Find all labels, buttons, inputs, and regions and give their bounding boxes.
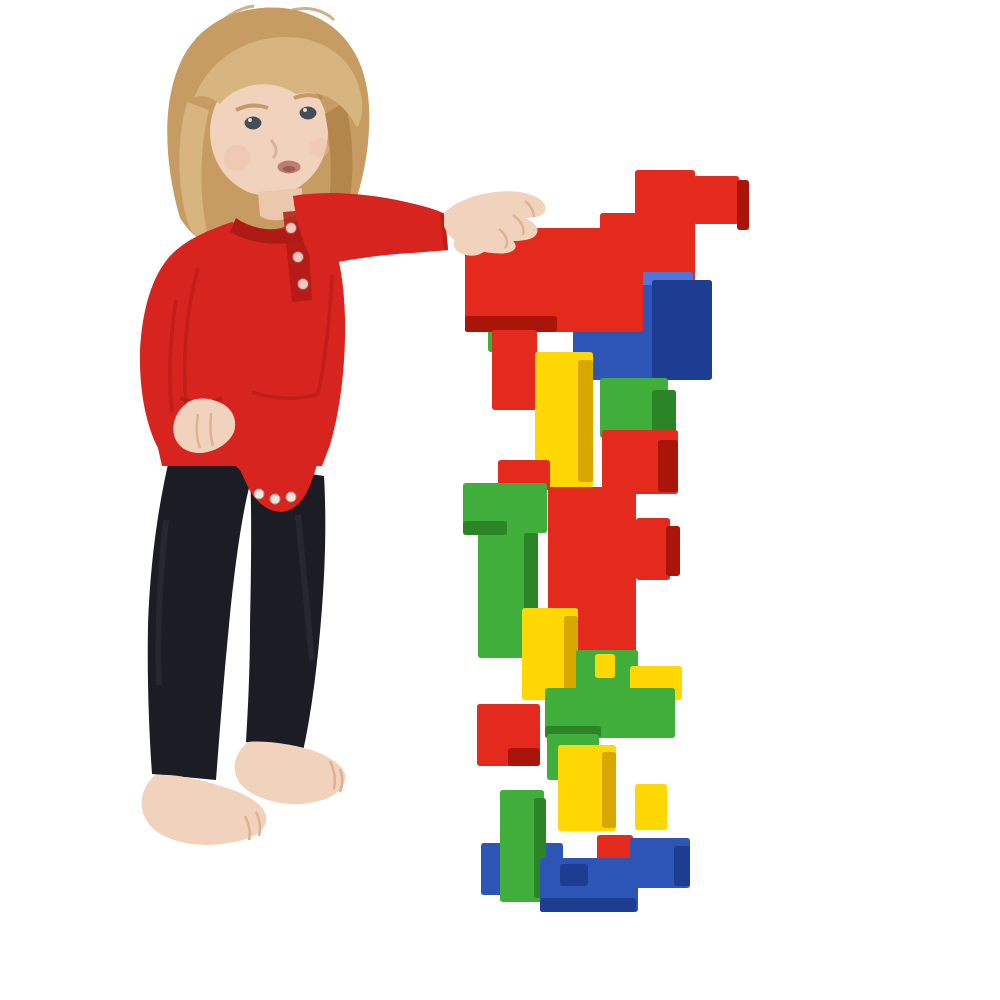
snap-1 (254, 489, 264, 499)
snap-2 (270, 494, 280, 504)
eye-left (245, 117, 262, 130)
mouth-inner (283, 166, 296, 172)
foot-right (235, 742, 346, 805)
eye-glint-left (248, 118, 252, 122)
cheek-right (309, 138, 329, 158)
product-photo-scene: A barefoot toddler with blonde hair, wea… (0, 0, 1000, 1000)
button-2 (293, 252, 304, 263)
toddler-figure (0, 0, 1000, 1000)
button-3 (298, 279, 309, 290)
cheek-left (224, 145, 250, 171)
extended-sleeve (293, 193, 448, 267)
eye-glint-right (303, 108, 307, 112)
leg-left (148, 456, 250, 780)
eye-right (300, 107, 317, 120)
button-1 (286, 223, 297, 234)
snap-3 (286, 492, 296, 502)
